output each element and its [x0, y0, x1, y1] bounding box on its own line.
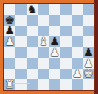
frame-right-edge — [94, 0, 98, 94]
piece-white-pawn[interactable]: ♟ — [50, 47, 60, 57]
piece-black-king[interactable]: ♚ — [5, 15, 15, 25]
square-a5[interactable]: ♟ — [4, 36, 15, 47]
square-b2[interactable] — [15, 69, 26, 80]
piece-white-pawn[interactable]: ♟ — [5, 36, 15, 46]
piece-white-king[interactable]: ♚ — [83, 69, 93, 79]
square-h1[interactable] — [83, 79, 94, 90]
square-e8[interactable] — [49, 4, 60, 15]
square-h2[interactable]: ♚ — [83, 69, 94, 80]
square-f8[interactable] — [60, 4, 71, 15]
square-f5[interactable] — [60, 36, 71, 47]
piece-white-rook[interactable]: ♜ — [5, 79, 15, 89]
square-a2[interactable] — [4, 69, 15, 80]
square-h8[interactable] — [83, 4, 94, 15]
square-h6[interactable] — [83, 26, 94, 37]
piece-black-pawn[interactable]: ♟ — [5, 26, 15, 36]
square-c4[interactable] — [27, 47, 38, 58]
square-a4[interactable] — [4, 47, 15, 58]
square-f6[interactable] — [60, 26, 71, 37]
chess-board[interactable]: ♞♚♟♟♝♟♟♟♟♟♚♜ — [4, 4, 94, 90]
square-d7[interactable] — [38, 15, 49, 26]
square-g3[interactable] — [72, 58, 83, 69]
square-c8[interactable]: ♞ — [27, 4, 38, 15]
square-a1[interactable]: ♜ — [4, 79, 15, 90]
square-a3[interactable] — [4, 58, 15, 69]
square-a6[interactable]: ♟ — [4, 26, 15, 37]
square-g4[interactable] — [72, 47, 83, 58]
square-h4[interactable]: ♟ — [83, 47, 94, 58]
square-e3[interactable] — [49, 58, 60, 69]
square-f1[interactable] — [60, 79, 71, 90]
square-a8[interactable] — [4, 4, 15, 15]
square-e5[interactable]: ♟ — [49, 36, 60, 47]
square-d2[interactable] — [38, 69, 49, 80]
square-e6[interactable] — [49, 26, 60, 37]
piece-white-pawn[interactable]: ♟ — [72, 69, 82, 79]
square-c2[interactable] — [27, 69, 38, 80]
square-c5[interactable] — [27, 36, 38, 47]
square-f7[interactable] — [60, 15, 71, 26]
square-g6[interactable] — [72, 26, 83, 37]
square-h3[interactable]: ♟ — [83, 58, 94, 69]
square-f2[interactable] — [60, 69, 71, 80]
square-g8[interactable] — [72, 4, 83, 15]
square-h5[interactable] — [83, 36, 94, 47]
square-b7[interactable] — [15, 15, 26, 26]
square-b6[interactable] — [15, 26, 26, 37]
square-g5[interactable] — [72, 36, 83, 47]
square-d4[interactable] — [38, 47, 49, 58]
square-e4[interactable]: ♟ — [49, 47, 60, 58]
board-frame: ♞♚♟♟♝♟♟♟♟♟♚♜ — [0, 0, 98, 94]
square-d5[interactable]: ♝ — [38, 36, 49, 47]
square-a7[interactable]: ♚ — [4, 15, 15, 26]
square-b4[interactable] — [15, 47, 26, 58]
square-e7[interactable] — [49, 15, 60, 26]
square-d1[interactable] — [38, 79, 49, 90]
square-e2[interactable] — [49, 69, 60, 80]
square-b3[interactable] — [15, 58, 26, 69]
square-c3[interactable] — [27, 58, 38, 69]
square-g2[interactable]: ♟ — [72, 69, 83, 80]
piece-black-knight[interactable]: ♞ — [27, 4, 37, 14]
square-c6[interactable] — [27, 26, 38, 37]
square-e1[interactable] — [49, 79, 60, 90]
piece-black-pawn[interactable]: ♟ — [83, 47, 93, 57]
square-c1[interactable] — [27, 79, 38, 90]
square-f4[interactable] — [60, 47, 71, 58]
square-b8[interactable] — [15, 4, 26, 15]
square-g1[interactable] — [72, 79, 83, 90]
square-g7[interactable] — [72, 15, 83, 26]
square-d6[interactable] — [38, 26, 49, 37]
square-f3[interactable] — [60, 58, 71, 69]
piece-white-pawn[interactable]: ♟ — [83, 58, 93, 68]
piece-white-bishop[interactable]: ♝ — [38, 36, 48, 46]
piece-black-pawn[interactable]: ♟ — [50, 36, 60, 46]
square-c7[interactable] — [27, 15, 38, 26]
square-d3[interactable] — [38, 58, 49, 69]
square-h7[interactable] — [83, 15, 94, 26]
square-b1[interactable] — [15, 79, 26, 90]
square-d8[interactable] — [38, 4, 49, 15]
square-b5[interactable] — [15, 36, 26, 47]
